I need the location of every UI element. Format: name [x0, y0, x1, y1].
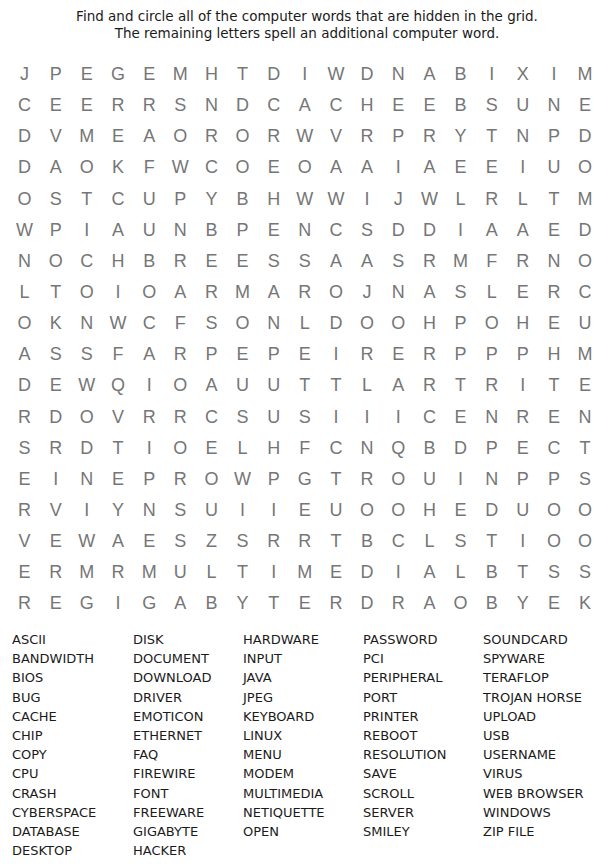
- grid-cell: H: [538, 339, 569, 370]
- word-list-item: DOCUMENT: [133, 649, 240, 668]
- grid-cell: A: [196, 370, 227, 401]
- grid-cell: O: [352, 495, 383, 526]
- grid-cell: R: [134, 402, 165, 433]
- grid-cell: R: [538, 277, 569, 308]
- grid-cell: U: [165, 557, 196, 588]
- grid-cell: O: [476, 308, 507, 339]
- grid-cell: A: [289, 90, 320, 121]
- grid-cell: E: [196, 433, 227, 464]
- word-list-item: PRINTER: [363, 707, 480, 726]
- grid-cell: R: [352, 339, 383, 370]
- grid-cell: D: [414, 215, 445, 246]
- grid-cell: W: [71, 526, 102, 557]
- grid-cell: D: [71, 433, 102, 464]
- grid-cell: R: [165, 464, 196, 495]
- grid-cell: N: [383, 59, 414, 90]
- grid-cell: R: [9, 402, 40, 433]
- grid-cell: R: [289, 526, 320, 557]
- grid-cell: S: [289, 402, 320, 433]
- grid-cell: V: [102, 402, 133, 433]
- grid-cell: I: [40, 464, 71, 495]
- grid-cell: N: [165, 215, 196, 246]
- word-list-column: ASCIIBANDWIDTHBIOSBUGCACHECHIPCOPYCPUCRA…: [12, 630, 130, 860]
- grid-cell: P: [40, 59, 71, 90]
- grid-cell: V: [9, 526, 40, 557]
- grid-cell: E: [414, 90, 445, 121]
- grid-cell: R: [507, 246, 538, 277]
- grid-cell: U: [414, 464, 445, 495]
- grid-cell: B: [352, 526, 383, 557]
- grid-cell: E: [258, 152, 289, 183]
- grid-cell: I: [383, 557, 414, 588]
- grid-cell: M: [165, 59, 196, 90]
- grid-cell: X: [507, 59, 538, 90]
- grid-cell: P: [507, 339, 538, 370]
- grid-cell: I: [476, 59, 507, 90]
- grid-cell: W: [414, 184, 445, 215]
- grid-cell: O: [570, 246, 601, 277]
- grid-cell: I: [71, 215, 102, 246]
- word-list-item: WEB BROWSER: [483, 784, 613, 803]
- grid-cell: A: [414, 557, 445, 588]
- grid-cell: C: [134, 308, 165, 339]
- grid-cell: A: [102, 215, 133, 246]
- grid-cell: C: [383, 526, 414, 557]
- grid-cell: O: [383, 495, 414, 526]
- grid-cell: O: [71, 277, 102, 308]
- grid-cell: E: [383, 90, 414, 121]
- grid-cell: E: [538, 402, 569, 433]
- grid-cell: J: [9, 59, 40, 90]
- grid-cell: D: [320, 308, 351, 339]
- grid-cell: T: [476, 526, 507, 557]
- grid-cell: W: [320, 184, 351, 215]
- grid-cell: O: [165, 370, 196, 401]
- grid-cell: H: [414, 308, 445, 339]
- grid-cell: H: [102, 246, 133, 277]
- grid-cell: R: [414, 339, 445, 370]
- grid-cell: H: [507, 308, 538, 339]
- grid-cell: T: [320, 370, 351, 401]
- grid-cell: L: [289, 308, 320, 339]
- grid-cell: M: [71, 121, 102, 152]
- word-list-item: ZIP FILE: [483, 822, 613, 841]
- grid-cell: N: [507, 121, 538, 152]
- grid-cell: P: [383, 121, 414, 152]
- grid-cell: N: [9, 246, 40, 277]
- grid-cell: S: [9, 433, 40, 464]
- grid-cell: F: [102, 339, 133, 370]
- grid-cell: O: [570, 152, 601, 183]
- grid-cell: E: [71, 59, 102, 90]
- word-list-item: HARDWARE: [243, 630, 360, 649]
- grid-cell: F: [289, 433, 320, 464]
- grid-cell: W: [71, 370, 102, 401]
- word-list-item: JPEG: [243, 688, 360, 707]
- grid-cell: R: [258, 121, 289, 152]
- grid-cell: S: [570, 464, 601, 495]
- grid-cell: I: [383, 152, 414, 183]
- grid-cell: N: [383, 277, 414, 308]
- grid-cell: O: [383, 308, 414, 339]
- grid-cell: G: [71, 588, 102, 619]
- grid-cell: I: [320, 402, 351, 433]
- grid-cell: P: [538, 464, 569, 495]
- grid-cell: E: [320, 557, 351, 588]
- grid-cell: E: [227, 246, 258, 277]
- grid-cell: D: [570, 215, 601, 246]
- grid-cell: U: [570, 308, 601, 339]
- grid-cell: C: [196, 152, 227, 183]
- word-list-item: GIGABYTE: [133, 822, 240, 841]
- grid-cell: N: [538, 90, 569, 121]
- grid-cell: P: [445, 308, 476, 339]
- grid-cell: J: [383, 184, 414, 215]
- grid-cell: N: [258, 308, 289, 339]
- grid-cell: N: [289, 215, 320, 246]
- grid-cell: D: [352, 59, 383, 90]
- grid-cell: I: [258, 557, 289, 588]
- word-list-item: EMOTICON: [133, 707, 240, 726]
- grid-cell: C: [102, 184, 133, 215]
- grid-cell: D: [40, 402, 71, 433]
- grid-cell: S: [165, 526, 196, 557]
- grid-cell: F: [165, 308, 196, 339]
- word-list-item: DESKTOP: [12, 841, 130, 860]
- grid-cell: O: [40, 246, 71, 277]
- word-list-item: CPU: [12, 764, 130, 783]
- word-list-item: ETHERNET: [133, 726, 240, 745]
- word-list-item: KEYBOARD: [243, 707, 360, 726]
- grid-cell: E: [538, 215, 569, 246]
- grid-cell: M: [570, 184, 601, 215]
- grid-cell: P: [445, 339, 476, 370]
- grid-cell: A: [134, 121, 165, 152]
- grid-cell: R: [414, 246, 445, 277]
- grid-cell: I: [289, 59, 320, 90]
- grid-cell: T: [289, 370, 320, 401]
- grid-cell: W: [102, 308, 133, 339]
- grid-cell: O: [570, 495, 601, 526]
- grid-cell: O: [538, 495, 569, 526]
- grid-cell: N: [134, 495, 165, 526]
- grid-cell: O: [134, 277, 165, 308]
- grid-cell: A: [414, 277, 445, 308]
- grid-cell: D: [9, 121, 40, 152]
- grid-cell: T: [40, 277, 71, 308]
- grid-cell: P: [538, 121, 569, 152]
- grid-cell: U: [196, 495, 227, 526]
- grid-cell: D: [383, 215, 414, 246]
- grid-cell: K: [40, 308, 71, 339]
- grid-cell: E: [383, 339, 414, 370]
- word-list-item: MULTIMEDIA: [243, 784, 360, 803]
- grid-cell: U: [134, 215, 165, 246]
- grid-cell: E: [71, 90, 102, 121]
- grid-cell: R: [507, 402, 538, 433]
- grid-cell: Y: [445, 121, 476, 152]
- grid-cell: S: [289, 246, 320, 277]
- grid-cell: O: [227, 121, 258, 152]
- grid-cell: P: [40, 215, 71, 246]
- grid-cell: N: [71, 464, 102, 495]
- grid-cell: G: [134, 588, 165, 619]
- grid-cell: E: [289, 588, 320, 619]
- grid-cell: A: [40, 152, 71, 183]
- grid-cell: N: [71, 308, 102, 339]
- grid-cell: D: [476, 495, 507, 526]
- grid-cell: E: [134, 59, 165, 90]
- grid-cell: U: [258, 370, 289, 401]
- grid-cell: M: [289, 557, 320, 588]
- grid-cell: A: [383, 370, 414, 401]
- grid-cell: T: [538, 370, 569, 401]
- grid-cell: F: [134, 152, 165, 183]
- grid-cell: I: [352, 402, 383, 433]
- word-list-column: SOUNDCARDSPYWARETERAFLOPTROJAN HORSEUPLO…: [483, 630, 613, 841]
- grid-cell: S: [71, 339, 102, 370]
- grid-cell: U: [258, 402, 289, 433]
- grid-cell: C: [320, 215, 351, 246]
- grid-cell: O: [320, 277, 351, 308]
- grid-cell: U: [134, 184, 165, 215]
- grid-cell: E: [9, 557, 40, 588]
- word-list-item: BANDWIDTH: [12, 649, 130, 668]
- grid-cell: M: [71, 557, 102, 588]
- grid-cell: I: [538, 59, 569, 90]
- grid-cell: E: [570, 370, 601, 401]
- grid-cell: S: [538, 557, 569, 588]
- grid-cell: L: [196, 557, 227, 588]
- instruction-line-2: The remaining letters spell an additiona…: [0, 25, 614, 42]
- grid-cell: O: [9, 184, 40, 215]
- grid-cell: R: [320, 588, 351, 619]
- grid-cell: O: [538, 526, 569, 557]
- word-list: ASCIIBANDWIDTHBIOSBUGCACHECHIPCOPYCPUCRA…: [0, 630, 614, 864]
- grid-cell: Y: [227, 588, 258, 619]
- grid-cell: B: [196, 215, 227, 246]
- grid-cell: B: [445, 59, 476, 90]
- grid-cell: E: [570, 90, 601, 121]
- grid-cell: D: [352, 588, 383, 619]
- grid-cell: I: [507, 526, 538, 557]
- grid-cell: E: [40, 370, 71, 401]
- grid-cell: B: [196, 588, 227, 619]
- grid-cell: O: [165, 433, 196, 464]
- grid-cell: I: [507, 152, 538, 183]
- grid-cell: R: [165, 402, 196, 433]
- word-list-item: PORT: [363, 688, 480, 707]
- grid-cell: E: [289, 339, 320, 370]
- grid-cell: U: [507, 90, 538, 121]
- grid-cell: R: [258, 526, 289, 557]
- grid-cell: N: [352, 433, 383, 464]
- word-list-item: HACKER: [133, 841, 240, 860]
- word-list-item: PASSWORD: [363, 630, 480, 649]
- grid-cell: P: [258, 464, 289, 495]
- grid-cell: R: [383, 588, 414, 619]
- grid-cell: A: [165, 588, 196, 619]
- grid-cell: P: [227, 215, 258, 246]
- grid-cell: W: [9, 215, 40, 246]
- grid-cell: O: [227, 308, 258, 339]
- grid-cell: N: [476, 402, 507, 433]
- grid-cell: E: [102, 121, 133, 152]
- grid-cell: C: [9, 90, 40, 121]
- grid-cell: E: [507, 433, 538, 464]
- word-list-item: CACHE: [12, 707, 130, 726]
- grid-cell: S: [258, 246, 289, 277]
- grid-cell: H: [352, 90, 383, 121]
- word-list-item: MODEM: [243, 764, 360, 783]
- word-list-item: VIRUS: [483, 764, 613, 783]
- word-list-item: JAVA: [243, 668, 360, 687]
- word-list-item: PERIPHERAL: [363, 668, 480, 687]
- word-list-item: COPY: [12, 745, 130, 764]
- grid-cell: A: [352, 246, 383, 277]
- word-list-column: PASSWORDPCIPERIPHERALPORTPRINTERREBOOTRE…: [363, 630, 480, 841]
- grid-cell: O: [352, 308, 383, 339]
- grid-cell: E: [476, 152, 507, 183]
- grid-cell: W: [227, 464, 258, 495]
- grid-cell: S: [40, 184, 71, 215]
- grid-cell: M: [570, 339, 601, 370]
- grid-cell: S: [445, 526, 476, 557]
- word-list-column: HARDWAREINPUTJAVAJPEGKEYBOARDLINUXMENUMO…: [243, 630, 360, 841]
- word-list-item: WINDOWS: [483, 803, 613, 822]
- grid-cell: O: [289, 152, 320, 183]
- grid-cell: B: [476, 557, 507, 588]
- grid-cell: J: [352, 277, 383, 308]
- word-list-item: USERNAME: [483, 745, 613, 764]
- grid-cell: I: [320, 339, 351, 370]
- grid-cell: D: [227, 90, 258, 121]
- word-list-item: SPYWARE: [483, 649, 613, 668]
- grid-cell: S: [227, 526, 258, 557]
- grid-cell: O: [570, 526, 601, 557]
- grid-cell: A: [165, 277, 196, 308]
- grid-cell: L: [445, 557, 476, 588]
- grid-cell: L: [352, 370, 383, 401]
- grid-cell: T: [258, 588, 289, 619]
- grid-cell: A: [320, 152, 351, 183]
- grid-cell: R: [289, 277, 320, 308]
- grid-cell: T: [445, 370, 476, 401]
- word-list-item: NETIQUETTE: [243, 803, 360, 822]
- grid-cell: T: [227, 59, 258, 90]
- grid-cell: V: [320, 121, 351, 152]
- grid-cell: I: [134, 433, 165, 464]
- grid-cell: I: [383, 402, 414, 433]
- grid-cell: S: [227, 402, 258, 433]
- grid-cell: I: [507, 370, 538, 401]
- grid-cell: V: [40, 495, 71, 526]
- instruction-line-1: Find and circle all of the computer word…: [0, 8, 614, 25]
- grid-cell: A: [9, 339, 40, 370]
- grid-cell: P: [134, 464, 165, 495]
- word-list-item: UPLOAD: [483, 707, 613, 726]
- grid-cell: I: [445, 464, 476, 495]
- grid-cell: O: [9, 308, 40, 339]
- grid-cell: P: [507, 464, 538, 495]
- grid-cell: E: [40, 588, 71, 619]
- grid-cell: R: [165, 339, 196, 370]
- grid-cell: M: [134, 557, 165, 588]
- grid-cell: U: [538, 152, 569, 183]
- word-list-item: FREEWARE: [133, 803, 240, 822]
- grid-cell: S: [196, 308, 227, 339]
- grid-cell: E: [538, 588, 569, 619]
- word-list-item: SMILEY: [363, 822, 480, 841]
- grid-cell: B: [134, 246, 165, 277]
- grid-cell: I: [258, 495, 289, 526]
- grid-cell: S: [445, 277, 476, 308]
- grid-cell: E: [258, 215, 289, 246]
- grid-cell: A: [352, 152, 383, 183]
- grid-cell: E: [102, 464, 133, 495]
- grid-cell: W: [320, 59, 351, 90]
- grid-cell: A: [102, 526, 133, 557]
- grid-cell: I: [102, 277, 133, 308]
- grid-cell: T: [71, 184, 102, 215]
- grid-cell: C: [570, 277, 601, 308]
- grid-cell: O: [196, 464, 227, 495]
- word-list-item: INPUT: [243, 649, 360, 668]
- grid-cell: F: [476, 246, 507, 277]
- grid-cell: P: [476, 433, 507, 464]
- word-list-item: ASCII: [12, 630, 130, 649]
- word-list-item: OPEN: [243, 822, 360, 841]
- word-list-item: CRASH: [12, 784, 130, 803]
- grid-cell: O: [71, 402, 102, 433]
- grid-cell: L: [414, 526, 445, 557]
- grid-cell: M: [227, 277, 258, 308]
- grid-cell: S: [352, 215, 383, 246]
- word-list-item: FONT: [133, 784, 240, 803]
- word-list-item: CYBERSPACE: [12, 803, 130, 822]
- word-list-column: DISKDOCUMENTDOWNLOADDRIVEREMOTICONETHERN…: [133, 630, 240, 860]
- grid-cell: I: [71, 495, 102, 526]
- word-list-item: TROJAN HORSE: [483, 688, 613, 707]
- grid-cell: R: [352, 121, 383, 152]
- grid-cell: P: [196, 339, 227, 370]
- grid-cell: N: [570, 402, 601, 433]
- puzzle-instructions: Find and circle all of the computer word…: [0, 8, 614, 42]
- grid-cell: E: [196, 246, 227, 277]
- grid-cell: B: [445, 90, 476, 121]
- word-list-item: DATABASE: [12, 822, 130, 841]
- grid-cell: R: [196, 277, 227, 308]
- grid-cell: O: [445, 588, 476, 619]
- grid-cell: H: [258, 433, 289, 464]
- grid-cell: Q: [102, 370, 133, 401]
- grid-cell: A: [134, 339, 165, 370]
- word-search-grid: JPEGEMHTDIWDNABIXIMCEERRSNDCACHEEBSUNEDV…: [9, 59, 601, 620]
- grid-cell: C: [71, 246, 102, 277]
- grid-cell: T: [476, 121, 507, 152]
- grid-cell: A: [414, 59, 445, 90]
- grid-cell: S: [570, 557, 601, 588]
- grid-cell: E: [40, 90, 71, 121]
- word-list-item: CHIP: [12, 726, 130, 745]
- grid-cell: N: [476, 464, 507, 495]
- grid-cell: L: [476, 277, 507, 308]
- grid-cell: A: [507, 215, 538, 246]
- grid-cell: G: [289, 464, 320, 495]
- grid-cell: Y: [196, 184, 227, 215]
- grid-cell: U: [227, 370, 258, 401]
- word-list-item: BIOS: [12, 668, 130, 687]
